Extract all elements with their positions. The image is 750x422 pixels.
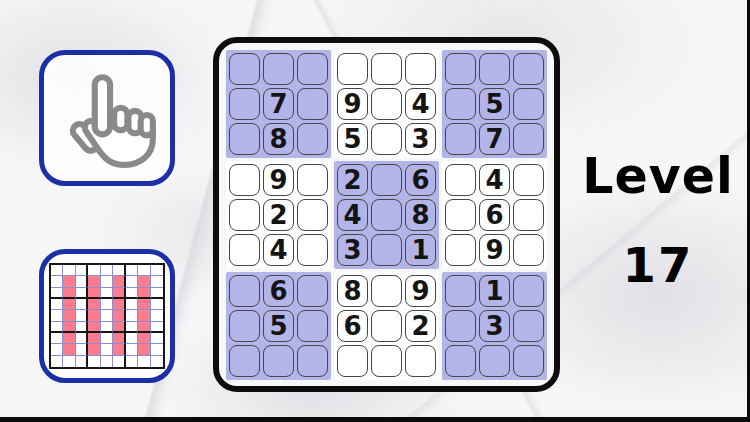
sudoku-cell-r6c6[interactable]: 1 [405, 234, 436, 266]
pattern-cell-r2c1 [51, 276, 63, 287]
sudoku-cell-r6c7[interactable] [445, 234, 476, 266]
sudoku-cell-r2c9[interactable] [513, 88, 544, 120]
pattern-cell-r4c8 [138, 299, 150, 310]
sudoku-cell-r5c2[interactable]: 2 [263, 199, 294, 231]
pattern-cell-r1c2 [63, 265, 75, 276]
pattern-cell-r3c8 [138, 288, 150, 299]
pattern-cell-r3c7 [126, 288, 138, 299]
hand-pointer-icon [56, 67, 158, 169]
pattern-cell-r6c3 [76, 322, 88, 333]
pattern-cell-r3c5 [101, 288, 113, 299]
sudoku-cell-r6c4[interactable]: 3 [337, 234, 368, 266]
sudoku-cell-r8c9[interactable] [513, 310, 544, 342]
sudoku-cell-r4c3[interactable] [297, 164, 328, 196]
sudoku-cell-r5c4[interactable]: 4 [337, 199, 368, 231]
sudoku-cell-r1c8[interactable] [479, 53, 510, 85]
pattern-cell-r6c4 [88, 322, 100, 333]
sudoku-cell-r7c1[interactable] [229, 275, 260, 307]
sudoku-cell-r6c2[interactable]: 4 [263, 234, 294, 266]
pattern-cell-r7c5 [101, 333, 113, 344]
sudoku-cell-r5c9[interactable] [513, 199, 544, 231]
sudoku-board: 7894535792426483146965896213 [213, 37, 560, 392]
sudoku-cell-r3c4[interactable]: 5 [337, 123, 368, 155]
pattern-cell-r9c9 [151, 356, 163, 367]
pattern-cell-r3c4 [88, 288, 100, 299]
level-label: Level [572, 152, 744, 201]
sudoku-cell-r2c8[interactable]: 5 [479, 88, 510, 120]
pattern-cell-r9c5 [101, 356, 113, 367]
pattern-cell-r2c2 [63, 276, 75, 287]
pattern-cell-r8c5 [101, 344, 113, 355]
sudoku-cell-r2c6[interactable]: 4 [405, 88, 436, 120]
sudoku-cell-r5c7[interactable] [445, 199, 476, 231]
sudoku-cell-r2c5[interactable] [371, 88, 402, 120]
sudoku-cell-r7c9[interactable] [513, 275, 544, 307]
pattern-cell-r5c5 [101, 310, 113, 321]
sudoku-cell-r7c4[interactable]: 8 [337, 275, 368, 307]
pattern-cell-r4c1 [51, 299, 63, 310]
sudoku-cell-r4c5[interactable] [371, 164, 402, 196]
pattern-cell-r9c2 [63, 356, 75, 367]
pattern-cell-r3c3 [76, 288, 88, 299]
sudoku-cell-r8c8[interactable]: 3 [479, 310, 510, 342]
sudoku-cell-r4c6[interactable]: 6 [405, 164, 436, 196]
pattern-cell-r8c9 [151, 344, 163, 355]
sudoku-block-9: 13 [442, 272, 547, 380]
pattern-cell-r8c3 [76, 344, 88, 355]
sudoku-cell-r3c7[interactable] [445, 123, 476, 155]
sudoku-cell-r7c3[interactable] [297, 275, 328, 307]
level-number: 17 [572, 241, 744, 289]
pattern-cell-r8c2 [63, 344, 75, 355]
pattern-cell-r9c6 [113, 356, 125, 367]
sudoku-block-8: 8962 [334, 272, 439, 380]
pattern-cell-r8c4 [88, 344, 100, 355]
pattern-cell-r7c6 [113, 333, 125, 344]
sudoku-block-7: 65 [226, 272, 331, 380]
sudoku-cell-r3c8[interactable]: 7 [479, 123, 510, 155]
sudoku-cell-r9c5[interactable] [371, 345, 402, 377]
pattern-cell-r5c4 [88, 310, 100, 321]
pattern-cell-r5c6 [113, 310, 125, 321]
pattern-cell-r8c1 [51, 344, 63, 355]
pattern-cell-r5c1 [51, 310, 63, 321]
sudoku-cell-r5c1[interactable] [229, 199, 260, 231]
sudoku-cell-r3c9[interactable] [513, 123, 544, 155]
pattern-cell-r9c3 [76, 356, 88, 367]
sudoku-cell-r8c1[interactable] [229, 310, 260, 342]
sudoku-cell-r1c1[interactable] [229, 53, 260, 85]
sudoku-cell-r1c5[interactable] [371, 53, 402, 85]
sudoku-cell-r8c4[interactable]: 6 [337, 310, 368, 342]
sudoku-block-2: 9453 [334, 50, 439, 158]
pattern-cell-r4c5 [101, 299, 113, 310]
pattern-cell-r7c4 [88, 333, 100, 344]
pattern-cell-r2c9 [151, 276, 163, 287]
sudoku-cell-r1c6[interactable] [405, 53, 436, 85]
pattern-cell-r2c5 [101, 276, 113, 287]
pattern-cell-r8c8 [138, 344, 150, 355]
sudoku-cell-r9c2[interactable] [263, 345, 294, 377]
pattern-cell-r4c2 [63, 299, 75, 310]
pattern-cell-r1c5 [101, 265, 113, 276]
sudoku-block-1: 78 [226, 50, 331, 158]
pattern-cell-r3c2 [63, 288, 75, 299]
sudoku-cell-r9c9[interactable] [513, 345, 544, 377]
sudoku-cell-r4c1[interactable] [229, 164, 260, 196]
pattern-cell-r7c2 [63, 333, 75, 344]
pattern-tool-button[interactable] [39, 249, 175, 383]
pattern-cell-r1c8 [138, 265, 150, 276]
sudoku-cell-r8c5[interactable] [371, 310, 402, 342]
sudoku-cell-r2c3[interactable] [297, 88, 328, 120]
sudoku-block-5: 264831 [334, 161, 439, 269]
pattern-cell-r4c9 [151, 299, 163, 310]
pattern-cell-r9c4 [88, 356, 100, 367]
pattern-cell-r2c8 [138, 276, 150, 287]
sudoku-block-4: 924 [226, 161, 331, 269]
game-screen: 7894535792426483146965896213 Level 17 [0, 0, 750, 422]
sudoku-cell-r9c4[interactable] [337, 345, 368, 377]
sudoku-cell-r9c7[interactable] [445, 345, 476, 377]
pattern-cell-r7c3 [76, 333, 88, 344]
pattern-cell-r2c3 [76, 276, 88, 287]
puzzle-pattern-icon [49, 263, 165, 369]
pattern-cell-r6c5 [101, 322, 113, 333]
sudoku-cell-r7c6[interactable]: 9 [405, 275, 436, 307]
pattern-cell-r3c9 [151, 288, 163, 299]
sudoku-cell-r7c7[interactable] [445, 275, 476, 307]
sudoku-cell-r3c3[interactable] [297, 123, 328, 155]
sudoku-cell-r7c8[interactable]: 1 [479, 275, 510, 307]
sudoku-cell-r2c7[interactable] [445, 88, 476, 120]
sudoku-cell-r2c2[interactable]: 7 [263, 88, 294, 120]
sudoku-cell-r4c4[interactable]: 2 [337, 164, 368, 196]
pattern-cell-r2c7 [126, 276, 138, 287]
sudoku-cell-r4c7[interactable] [445, 164, 476, 196]
sudoku-cell-r1c2[interactable] [263, 53, 294, 85]
pattern-cell-r1c1 [51, 265, 63, 276]
sudoku-cell-r3c5[interactable] [371, 123, 402, 155]
pattern-cell-r8c7 [126, 344, 138, 355]
sudoku-cell-r9c6[interactable] [405, 345, 436, 377]
pattern-cell-r9c8 [138, 356, 150, 367]
pattern-cell-r3c6 [113, 288, 125, 299]
sudoku-block-3: 57 [442, 50, 547, 158]
sudoku-cell-r1c7[interactable] [445, 53, 476, 85]
sudoku-cell-r5c8[interactable]: 6 [479, 199, 510, 231]
sudoku-cell-r4c9[interactable] [513, 164, 544, 196]
pattern-cell-r7c8 [138, 333, 150, 344]
pattern-cell-r9c7 [126, 356, 138, 367]
sudoku-cell-r6c8[interactable]: 9 [479, 234, 510, 266]
sudoku-cell-r1c3[interactable] [297, 53, 328, 85]
level-indicator: Level 17 [572, 152, 744, 289]
sudoku-cell-r5c6[interactable]: 8 [405, 199, 436, 231]
pattern-cell-r3c1 [51, 288, 63, 299]
sudoku-cell-r1c9[interactable] [513, 53, 544, 85]
pattern-cell-r5c2 [63, 310, 75, 321]
sudoku-cell-r6c5[interactable] [371, 234, 402, 266]
pattern-cell-r7c1 [51, 333, 63, 344]
pattern-cell-r1c7 [126, 265, 138, 276]
pattern-cell-r6c1 [51, 322, 63, 333]
sudoku-cell-r8c7[interactable] [445, 310, 476, 342]
pattern-cell-r6c7 [126, 322, 138, 333]
pattern-cell-r1c3 [76, 265, 88, 276]
sudoku-cell-r6c9[interactable] [513, 234, 544, 266]
sudoku-cell-r7c2[interactable]: 6 [263, 275, 294, 307]
pattern-cell-r1c6 [113, 265, 125, 276]
hand-tool-button[interactable] [39, 50, 175, 186]
pattern-cell-r1c4 [88, 265, 100, 276]
sudoku-cell-r5c3[interactable] [297, 199, 328, 231]
pattern-cell-r7c7 [126, 333, 138, 344]
pattern-cell-r5c8 [138, 310, 150, 321]
pattern-cell-r5c7 [126, 310, 138, 321]
sudoku-cell-r4c8[interactable]: 4 [479, 164, 510, 196]
sudoku-cell-r8c6[interactable]: 2 [405, 310, 436, 342]
sudoku-cell-r2c1[interactable] [229, 88, 260, 120]
sudoku-cell-r7c5[interactable] [371, 275, 402, 307]
pattern-cell-r8c6 [113, 344, 125, 355]
sudoku-cell-r9c1[interactable] [229, 345, 260, 377]
pattern-cell-r2c6 [113, 276, 125, 287]
pattern-cell-r6c6 [113, 322, 125, 333]
pattern-cell-r4c3 [76, 299, 88, 310]
sudoku-cell-r3c6[interactable]: 3 [405, 123, 436, 155]
sudoku-cell-r9c8[interactable] [479, 345, 510, 377]
sudoku-cell-r8c3[interactable] [297, 310, 328, 342]
sudoku-cell-r8c2[interactable]: 5 [263, 310, 294, 342]
sudoku-grid: 7894535792426483146965896213 [226, 50, 547, 379]
pattern-cell-r6c2 [63, 322, 75, 333]
sudoku-cell-r6c1[interactable] [229, 234, 260, 266]
pattern-cell-r2c4 [88, 276, 100, 287]
pattern-cell-r9c1 [51, 356, 63, 367]
sudoku-cell-r5c5[interactable] [371, 199, 402, 231]
pattern-cell-r5c3 [76, 310, 88, 321]
pattern-cell-r6c9 [151, 322, 163, 333]
sudoku-cell-r4c2[interactable]: 9 [263, 164, 294, 196]
pattern-cell-r4c4 [88, 299, 100, 310]
sudoku-cell-r2c4[interactable]: 9 [337, 88, 368, 120]
pattern-cell-r7c9 [151, 333, 163, 344]
sudoku-block-6: 469 [442, 161, 547, 269]
pattern-cell-r4c7 [126, 299, 138, 310]
sudoku-cell-r3c1[interactable] [229, 123, 260, 155]
screen-bottom-border [0, 417, 750, 422]
sudoku-cell-r6c3[interactable] [297, 234, 328, 266]
pattern-cell-r5c9 [151, 310, 163, 321]
sudoku-cell-r1c4[interactable] [337, 53, 368, 85]
sudoku-cell-r3c2[interactable]: 8 [263, 123, 294, 155]
pattern-cell-r1c9 [151, 265, 163, 276]
pattern-cell-r6c8 [138, 322, 150, 333]
sudoku-cell-r9c3[interactable] [297, 345, 328, 377]
pattern-cell-r4c6 [113, 299, 125, 310]
